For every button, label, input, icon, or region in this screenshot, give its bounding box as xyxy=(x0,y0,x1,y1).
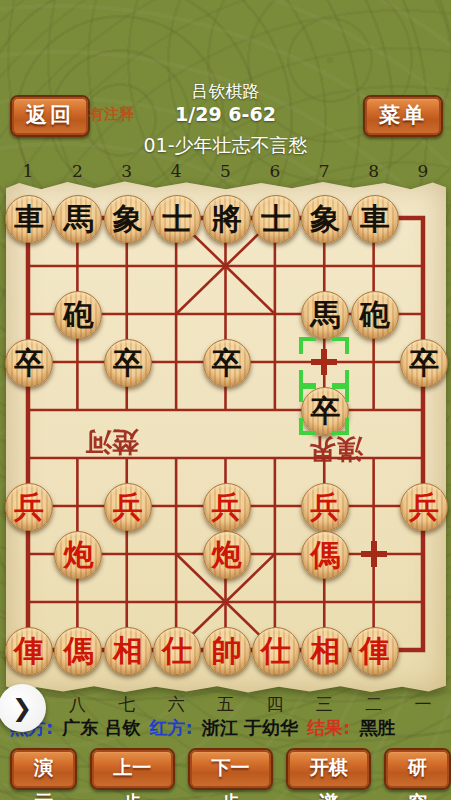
piece-red-rook[interactable]: 俥 xyxy=(351,627,399,675)
menu-button[interactable]: 菜单 xyxy=(363,95,443,137)
piece-black-advisor[interactable]: 士 xyxy=(153,195,201,243)
file-label-bottom-6: 四 xyxy=(266,693,283,716)
file-label-top-4: 4 xyxy=(171,161,182,181)
back-button[interactable]: 返回 xyxy=(10,95,90,137)
file-label-top-7: 7 xyxy=(319,161,330,181)
board-paper xyxy=(6,180,446,694)
piece-black-elephant[interactable]: 象 xyxy=(301,195,349,243)
research-button[interactable]: 研究 xyxy=(384,748,451,790)
file-label-bottom-9: 一 xyxy=(415,693,432,716)
prev-move-button[interactable]: 上一步 xyxy=(90,748,175,790)
file-label-top-3: 3 xyxy=(121,161,132,181)
piece-red-advisor[interactable]: 仕 xyxy=(153,627,201,675)
file-label-top-6: 6 xyxy=(269,161,280,181)
file-label-bottom-5: 五 xyxy=(217,693,234,716)
piece-black-rook[interactable]: 車 xyxy=(5,195,53,243)
piece-red-pawn[interactable]: 兵 xyxy=(203,483,251,531)
piece-black-pawn[interactable]: 卒 xyxy=(5,339,53,387)
file-label-top-1: 1 xyxy=(23,161,34,181)
annotation-label: 有注释 xyxy=(89,105,134,124)
control-buttons: 演示上一步下一步开棋谱研究 xyxy=(10,748,451,790)
piece-black-pawn[interactable]: 卒 xyxy=(203,339,251,387)
file-label-bottom-8: 二 xyxy=(365,693,382,716)
file-label-top-8: 8 xyxy=(368,161,379,181)
play-icon: ❯ xyxy=(12,694,32,722)
file-label-top-2: 2 xyxy=(72,161,83,181)
file-label-top-9: 9 xyxy=(418,161,429,181)
app-screen: 返回 有注释 吕钦棋路 1/29 6-62 菜单 01-少年壮志不言愁 楚河 漢… xyxy=(0,0,451,800)
piece-black-advisor[interactable]: 士 xyxy=(252,195,300,243)
piece-black-pawn[interactable]: 卒 xyxy=(400,339,448,387)
piece-black-pawn[interactable]: 卒 xyxy=(301,387,349,435)
file-label-bottom-3: 七 xyxy=(118,693,135,716)
piece-black-rook[interactable]: 車 xyxy=(351,195,399,243)
piece-red-horse[interactable]: 傌 xyxy=(301,531,349,579)
piece-red-cannon[interactable]: 炮 xyxy=(203,531,251,579)
piece-red-pawn[interactable]: 兵 xyxy=(400,483,448,531)
piece-red-pawn[interactable]: 兵 xyxy=(5,483,53,531)
piece-red-king[interactable]: 帥 xyxy=(203,627,251,675)
red-side-value: 浙江 于幼华 xyxy=(202,716,298,740)
piece-red-pawn[interactable]: 兵 xyxy=(301,483,349,531)
piece-red-elephant[interactable]: 相 xyxy=(301,627,349,675)
file-label-bottom-2: 八 xyxy=(69,693,86,716)
result-label: 结果: xyxy=(307,716,350,740)
demo-button[interactable]: 演示 xyxy=(10,748,77,790)
file-label-bottom-4: 六 xyxy=(168,693,185,716)
file-label-top-5: 5 xyxy=(220,161,231,181)
piece-black-elephant[interactable]: 象 xyxy=(104,195,152,243)
piece-red-elephant[interactable]: 相 xyxy=(104,627,152,675)
black-side-value: 广东 吕钦 xyxy=(62,716,140,740)
piece-red-rook[interactable]: 俥 xyxy=(5,627,53,675)
file-label-bottom-7: 三 xyxy=(316,693,333,716)
piece-red-pawn[interactable]: 兵 xyxy=(104,483,152,531)
play-button[interactable]: ❯ xyxy=(0,684,46,732)
next-move-button[interactable]: 下一步 xyxy=(188,748,273,790)
result-value: 黑胜 xyxy=(359,716,395,740)
red-side-label: 红方: xyxy=(149,716,192,740)
piece-black-cannon[interactable]: 砲 xyxy=(351,291,399,339)
piece-red-advisor[interactable]: 仕 xyxy=(252,627,300,675)
piece-black-horse[interactable]: 馬 xyxy=(301,291,349,339)
piece-black-king[interactable]: 將 xyxy=(203,195,251,243)
piece-black-pawn[interactable]: 卒 xyxy=(104,339,152,387)
open-book-button[interactable]: 开棋谱 xyxy=(286,748,371,790)
game-info-bar: 黑方: 广东 吕钦 红方: 浙江 于幼华 结果: 黑胜 xyxy=(10,716,449,740)
